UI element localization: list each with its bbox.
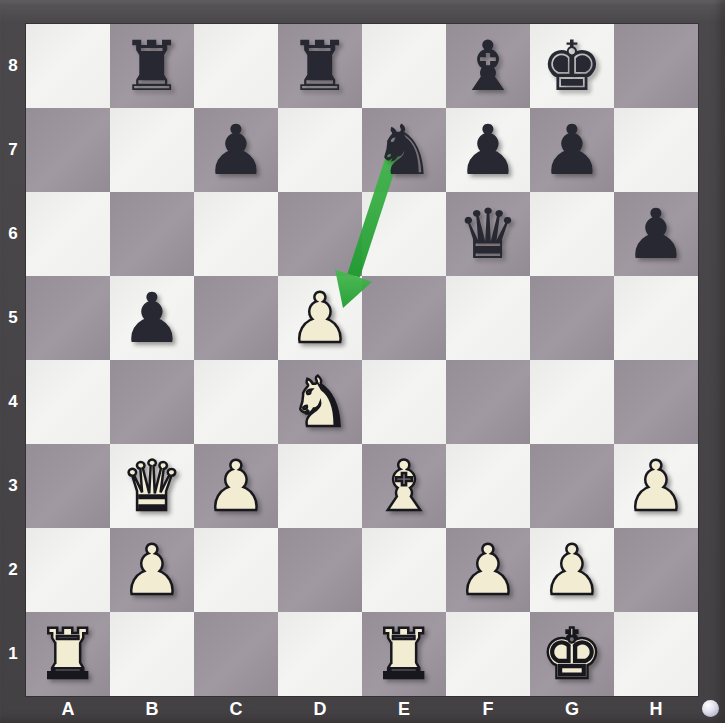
rank-label-7: 7 [0, 108, 26, 192]
piece-white-knight-d4[interactable]: ♞ [278, 360, 362, 444]
piece-white-king-g1[interactable]: ♚ [530, 612, 614, 696]
square-b7[interactable] [110, 108, 194, 192]
piece-black-pawn-h6[interactable]: ♟ [614, 192, 698, 276]
square-h7[interactable] [614, 108, 698, 192]
piece-white-pawn-h3[interactable]: ♟ [614, 444, 698, 528]
square-b1[interactable] [110, 612, 194, 696]
square-a4[interactable] [26, 360, 110, 444]
square-g3[interactable] [530, 444, 614, 528]
square-a8[interactable] [26, 24, 110, 108]
piece-white-pawn-c3[interactable]: ♟ [194, 444, 278, 528]
square-c4[interactable] [194, 360, 278, 444]
square-c8[interactable] [194, 24, 278, 108]
piece-white-pawn-d5[interactable]: ♟ [278, 276, 362, 360]
piece-black-rook-d8[interactable]: ♜ [278, 24, 362, 108]
piece-white-pawn-b2[interactable]: ♟ [110, 528, 194, 612]
square-a3[interactable] [26, 444, 110, 528]
square-h8[interactable] [614, 24, 698, 108]
piece-black-pawn-g7[interactable]: ♟ [530, 108, 614, 192]
file-label-d: D [278, 696, 362, 723]
rank-label-1: 1 [0, 612, 26, 696]
file-label-h: H [614, 696, 698, 723]
square-g4[interactable] [530, 360, 614, 444]
square-d3[interactable] [278, 444, 362, 528]
rank-labels: 87654321 [0, 24, 26, 696]
square-d7[interactable] [278, 108, 362, 192]
square-a7[interactable] [26, 108, 110, 192]
piece-black-king-g8[interactable]: ♚ [530, 24, 614, 108]
square-a6[interactable] [26, 192, 110, 276]
piece-black-rook-b8[interactable]: ♜ [110, 24, 194, 108]
rank-label-5: 5 [0, 276, 26, 360]
square-h5[interactable] [614, 276, 698, 360]
square-d2[interactable] [278, 528, 362, 612]
piece-black-pawn-f7[interactable]: ♟ [446, 108, 530, 192]
rank-label-6: 6 [0, 192, 26, 276]
piece-black-bishop-f8[interactable]: ♝ [446, 24, 530, 108]
piece-black-pawn-b5[interactable]: ♟ [110, 276, 194, 360]
file-label-b: B [110, 696, 194, 723]
square-b4[interactable] [110, 360, 194, 444]
piece-white-pawn-g2[interactable]: ♟ [530, 528, 614, 612]
square-e4[interactable] [362, 360, 446, 444]
square-c5[interactable] [194, 276, 278, 360]
square-b6[interactable] [110, 192, 194, 276]
square-f4[interactable] [446, 360, 530, 444]
square-f5[interactable] [446, 276, 530, 360]
square-c1[interactable] [194, 612, 278, 696]
file-label-f: F [446, 696, 530, 723]
piece-white-queen-b3[interactable]: ♛ [110, 444, 194, 528]
square-e5[interactable] [362, 276, 446, 360]
file-label-e: E [362, 696, 446, 723]
square-a5[interactable] [26, 276, 110, 360]
rank-label-8: 8 [0, 24, 26, 108]
square-g5[interactable] [530, 276, 614, 360]
square-f3[interactable] [446, 444, 530, 528]
side-to-move-indicator [702, 700, 719, 717]
square-e6[interactable] [362, 192, 446, 276]
square-e2[interactable] [362, 528, 446, 612]
square-c2[interactable] [194, 528, 278, 612]
file-label-g: G [530, 696, 614, 723]
square-c6[interactable] [194, 192, 278, 276]
rank-label-4: 4 [0, 360, 26, 444]
file-labels: ABCDEFGH [26, 696, 698, 723]
piece-black-queen-f6[interactable]: ♛ [446, 192, 530, 276]
square-h4[interactable] [614, 360, 698, 444]
rank-label-3: 3 [0, 444, 26, 528]
piece-white-rook-e1[interactable]: ♜ [362, 612, 446, 696]
square-e8[interactable] [362, 24, 446, 108]
piece-white-pawn-f2[interactable]: ♟ [446, 528, 530, 612]
square-a2[interactable] [26, 528, 110, 612]
square-d6[interactable] [278, 192, 362, 276]
file-label-a: A [26, 696, 110, 723]
file-label-c: C [194, 696, 278, 723]
square-h2[interactable] [614, 528, 698, 612]
piece-white-bishop-e3[interactable]: ♝ [362, 444, 446, 528]
piece-black-pawn-c7[interactable]: ♟ [194, 108, 278, 192]
rank-label-2: 2 [0, 528, 26, 612]
square-f1[interactable] [446, 612, 530, 696]
board-frame: 87654321 ABCDEFGH ♜♜♝♚♟♞♟♟♛♟♟♟♞♛♟♝♟♟♟♟♜♜… [0, 0, 725, 723]
piece-white-rook-a1[interactable]: ♜ [26, 612, 110, 696]
square-g6[interactable] [530, 192, 614, 276]
square-d1[interactable] [278, 612, 362, 696]
square-h1[interactable] [614, 612, 698, 696]
piece-black-knight-e7[interactable]: ♞ [362, 108, 446, 192]
